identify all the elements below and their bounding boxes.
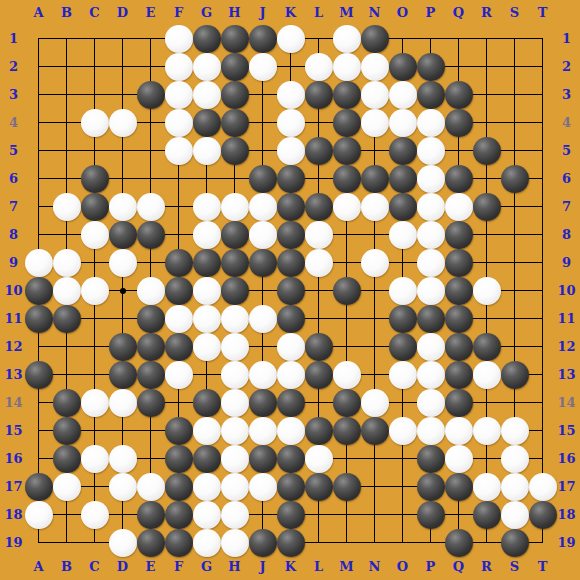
white-stone[interactable] — [417, 109, 445, 137]
white-stone[interactable] — [389, 81, 417, 109]
black-stone[interactable] — [193, 109, 221, 137]
black-stone[interactable] — [165, 333, 193, 361]
black-stone[interactable] — [25, 277, 53, 305]
black-stone[interactable] — [445, 81, 473, 109]
black-stone[interactable] — [137, 501, 165, 529]
black-stone[interactable] — [361, 165, 389, 193]
black-stone[interactable] — [109, 333, 137, 361]
hoshi-point — [120, 288, 126, 294]
white-stone[interactable] — [473, 417, 501, 445]
white-stone[interactable] — [137, 193, 165, 221]
white-stone[interactable] — [109, 473, 137, 501]
white-stone[interactable] — [417, 277, 445, 305]
white-stone[interactable] — [361, 193, 389, 221]
white-stone[interactable] — [333, 193, 361, 221]
white-stone[interactable] — [165, 81, 193, 109]
black-stone[interactable] — [81, 193, 109, 221]
black-stone[interactable] — [333, 417, 361, 445]
white-stone[interactable] — [81, 501, 109, 529]
white-stone[interactable] — [445, 417, 473, 445]
white-stone[interactable] — [221, 501, 249, 529]
black-stone[interactable] — [445, 529, 473, 557]
white-stone[interactable] — [137, 473, 165, 501]
white-stone[interactable] — [305, 221, 333, 249]
white-stone[interactable] — [277, 109, 305, 137]
white-stone[interactable] — [249, 417, 277, 445]
white-stone[interactable] — [221, 193, 249, 221]
black-stone[interactable] — [361, 417, 389, 445]
white-stone[interactable] — [193, 529, 221, 557]
white-stone[interactable] — [109, 445, 137, 473]
white-stone[interactable] — [81, 445, 109, 473]
white-stone[interactable] — [417, 389, 445, 417]
white-stone[interactable] — [193, 137, 221, 165]
black-stone[interactable] — [277, 473, 305, 501]
white-stone[interactable] — [165, 361, 193, 389]
black-stone[interactable] — [25, 305, 53, 333]
black-stone[interactable] — [305, 137, 333, 165]
white-stone[interactable] — [417, 361, 445, 389]
black-stone[interactable] — [165, 277, 193, 305]
white-stone[interactable] — [221, 361, 249, 389]
white-stone[interactable] — [221, 445, 249, 473]
black-stone[interactable] — [221, 109, 249, 137]
white-stone[interactable] — [501, 417, 529, 445]
white-stone[interactable] — [361, 249, 389, 277]
white-stone[interactable] — [333, 25, 361, 53]
black-stone[interactable] — [389, 165, 417, 193]
black-stone[interactable] — [445, 165, 473, 193]
black-stone[interactable] — [165, 473, 193, 501]
white-stone[interactable] — [417, 193, 445, 221]
black-stone[interactable] — [305, 417, 333, 445]
black-stone[interactable] — [445, 109, 473, 137]
black-stone[interactable] — [165, 445, 193, 473]
black-stone[interactable] — [277, 193, 305, 221]
black-stone[interactable] — [361, 25, 389, 53]
white-stone[interactable] — [361, 53, 389, 81]
black-stone[interactable] — [109, 221, 137, 249]
black-stone[interactable] — [277, 445, 305, 473]
black-stone[interactable] — [193, 249, 221, 277]
black-stone[interactable] — [277, 165, 305, 193]
black-stone[interactable] — [221, 53, 249, 81]
black-stone[interactable] — [389, 193, 417, 221]
black-stone[interactable] — [193, 389, 221, 417]
black-stone[interactable] — [53, 417, 81, 445]
white-stone[interactable] — [445, 193, 473, 221]
white-stone[interactable] — [81, 109, 109, 137]
white-stone[interactable] — [53, 473, 81, 501]
black-stone[interactable] — [137, 305, 165, 333]
white-stone[interactable] — [389, 221, 417, 249]
grid-line-vertical — [542, 38, 543, 543]
white-stone[interactable] — [445, 445, 473, 473]
black-stone[interactable] — [25, 361, 53, 389]
black-stone[interactable] — [333, 137, 361, 165]
black-stone[interactable] — [277, 221, 305, 249]
black-stone[interactable] — [389, 137, 417, 165]
white-stone[interactable] — [249, 305, 277, 333]
black-stone[interactable] — [473, 333, 501, 361]
black-stone[interactable] — [445, 221, 473, 249]
black-stone[interactable] — [417, 473, 445, 501]
black-stone[interactable] — [165, 501, 193, 529]
white-stone[interactable] — [473, 361, 501, 389]
black-stone[interactable] — [165, 249, 193, 277]
white-stone[interactable] — [109, 529, 137, 557]
black-stone[interactable] — [305, 193, 333, 221]
black-stone[interactable] — [25, 473, 53, 501]
black-stone[interactable] — [445, 249, 473, 277]
white-stone[interactable] — [501, 445, 529, 473]
white-stone[interactable] — [277, 361, 305, 389]
black-stone[interactable] — [221, 25, 249, 53]
black-stone[interactable] — [305, 473, 333, 501]
black-stone[interactable] — [501, 165, 529, 193]
black-stone[interactable] — [165, 529, 193, 557]
black-stone[interactable] — [417, 445, 445, 473]
white-stone[interactable] — [361, 109, 389, 137]
white-stone[interactable] — [389, 417, 417, 445]
white-stone[interactable] — [53, 193, 81, 221]
black-stone[interactable] — [277, 277, 305, 305]
white-stone[interactable] — [501, 473, 529, 501]
black-stone[interactable] — [333, 473, 361, 501]
black-stone[interactable] — [389, 53, 417, 81]
white-stone[interactable] — [277, 137, 305, 165]
white-stone[interactable] — [137, 277, 165, 305]
white-stone[interactable] — [249, 221, 277, 249]
white-stone[interactable] — [193, 81, 221, 109]
white-stone[interactable] — [165, 109, 193, 137]
black-stone[interactable] — [473, 501, 501, 529]
black-stone[interactable] — [109, 361, 137, 389]
white-stone[interactable] — [361, 389, 389, 417]
black-stone[interactable] — [277, 249, 305, 277]
black-stone[interactable] — [277, 529, 305, 557]
black-stone[interactable] — [53, 305, 81, 333]
white-stone[interactable] — [305, 445, 333, 473]
white-stone[interactable] — [221, 305, 249, 333]
white-stone[interactable] — [277, 81, 305, 109]
black-stone[interactable] — [445, 305, 473, 333]
black-stone[interactable] — [417, 53, 445, 81]
white-stone[interactable] — [193, 193, 221, 221]
white-stone[interactable] — [417, 417, 445, 445]
black-stone[interactable] — [501, 529, 529, 557]
white-stone[interactable] — [165, 137, 193, 165]
white-stone[interactable] — [81, 221, 109, 249]
black-stone[interactable] — [249, 25, 277, 53]
black-stone[interactable] — [333, 109, 361, 137]
black-stone[interactable] — [417, 501, 445, 529]
black-stone[interactable] — [249, 165, 277, 193]
black-stone[interactable] — [445, 389, 473, 417]
black-stone[interactable] — [333, 389, 361, 417]
black-stone[interactable] — [389, 333, 417, 361]
white-stone[interactable] — [249, 361, 277, 389]
white-stone[interactable] — [473, 277, 501, 305]
black-stone[interactable] — [333, 81, 361, 109]
black-stone[interactable] — [193, 445, 221, 473]
white-stone[interactable] — [221, 333, 249, 361]
white-stone[interactable] — [193, 221, 221, 249]
black-stone[interactable] — [445, 277, 473, 305]
white-stone[interactable] — [501, 501, 529, 529]
white-stone[interactable] — [109, 193, 137, 221]
white-stone[interactable] — [277, 25, 305, 53]
black-stone[interactable] — [333, 277, 361, 305]
black-stone[interactable] — [81, 165, 109, 193]
white-stone[interactable] — [221, 473, 249, 501]
black-stone[interactable] — [221, 249, 249, 277]
white-stone[interactable] — [81, 277, 109, 305]
white-stone[interactable] — [193, 277, 221, 305]
black-stone[interactable] — [277, 305, 305, 333]
white-stone[interactable] — [305, 53, 333, 81]
white-stone[interactable] — [25, 249, 53, 277]
white-stone[interactable] — [305, 249, 333, 277]
white-stone[interactable] — [193, 333, 221, 361]
white-stone[interactable] — [25, 501, 53, 529]
black-stone[interactable] — [305, 333, 333, 361]
white-stone[interactable] — [193, 501, 221, 529]
white-stone[interactable] — [221, 529, 249, 557]
black-stone[interactable] — [445, 361, 473, 389]
white-stone[interactable] — [81, 389, 109, 417]
white-stone[interactable] — [221, 389, 249, 417]
white-stone[interactable] — [109, 389, 137, 417]
white-stone[interactable] — [109, 109, 137, 137]
black-stone[interactable] — [249, 389, 277, 417]
black-stone[interactable] — [193, 25, 221, 53]
white-stone[interactable] — [249, 193, 277, 221]
black-stone[interactable] — [137, 529, 165, 557]
white-stone[interactable] — [221, 417, 249, 445]
white-stone[interactable] — [529, 473, 557, 501]
black-stone[interactable] — [137, 221, 165, 249]
white-stone[interactable] — [361, 81, 389, 109]
black-stone[interactable] — [53, 445, 81, 473]
white-stone[interactable] — [333, 361, 361, 389]
black-stone[interactable] — [305, 81, 333, 109]
black-stone[interactable] — [165, 417, 193, 445]
white-stone[interactable] — [53, 277, 81, 305]
black-stone[interactable] — [221, 221, 249, 249]
black-stone[interactable] — [137, 81, 165, 109]
black-stone[interactable] — [417, 81, 445, 109]
black-stone[interactable] — [137, 361, 165, 389]
black-stone[interactable] — [473, 137, 501, 165]
white-stone[interactable] — [417, 249, 445, 277]
black-stone[interactable] — [501, 361, 529, 389]
black-stone[interactable] — [249, 445, 277, 473]
white-stone[interactable] — [109, 249, 137, 277]
white-stone[interactable] — [277, 333, 305, 361]
black-stone[interactable] — [333, 165, 361, 193]
black-stone[interactable] — [305, 361, 333, 389]
white-stone[interactable] — [417, 137, 445, 165]
white-stone[interactable] — [193, 305, 221, 333]
black-stone[interactable] — [221, 81, 249, 109]
black-stone[interactable] — [221, 137, 249, 165]
black-stone[interactable] — [53, 389, 81, 417]
white-stone[interactable] — [53, 249, 81, 277]
black-stone[interactable] — [277, 501, 305, 529]
white-stone[interactable] — [193, 473, 221, 501]
white-stone[interactable] — [417, 333, 445, 361]
white-stone[interactable] — [165, 25, 193, 53]
white-stone[interactable] — [193, 417, 221, 445]
white-stone[interactable] — [165, 53, 193, 81]
go-board-screenshot: ABCDEFGHJKLMNOPQRST ABCDEFGHJKLMNOPQRST … — [0, 0, 580, 580]
black-stone[interactable] — [249, 529, 277, 557]
white-stone[interactable] — [417, 221, 445, 249]
white-stone[interactable] — [165, 305, 193, 333]
black-stone[interactable] — [277, 389, 305, 417]
black-stone[interactable] — [249, 249, 277, 277]
black-stone[interactable] — [137, 333, 165, 361]
white-stone[interactable] — [333, 53, 361, 81]
white-stone[interactable] — [473, 473, 501, 501]
white-stone[interactable] — [417, 165, 445, 193]
black-stone[interactable] — [445, 333, 473, 361]
black-stone[interactable] — [445, 473, 473, 501]
white-stone[interactable] — [193, 53, 221, 81]
white-stone[interactable] — [249, 473, 277, 501]
black-stone[interactable] — [529, 501, 557, 529]
black-stone[interactable] — [137, 389, 165, 417]
white-stone[interactable] — [389, 277, 417, 305]
white-stone[interactable] — [389, 109, 417, 137]
white-stone[interactable] — [249, 53, 277, 81]
white-stone[interactable] — [389, 361, 417, 389]
black-stone[interactable] — [473, 193, 501, 221]
white-stone[interactable] — [277, 417, 305, 445]
black-stone[interactable] — [389, 305, 417, 333]
black-stone[interactable] — [417, 305, 445, 333]
black-stone[interactable] — [221, 277, 249, 305]
